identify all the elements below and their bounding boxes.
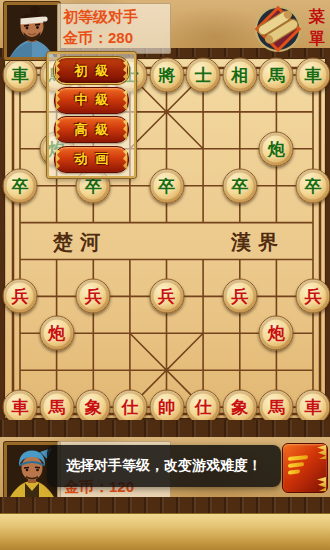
- xiangqi-piece-卒[interactable]: 卒: [222, 168, 257, 203]
- piece-character: 炮: [48, 322, 65, 345]
- xiangqi-piece-馬[interactable]: 馬: [259, 58, 294, 93]
- xiangqi-piece-兵[interactable]: 兵: [149, 279, 184, 314]
- piece-character: 仕: [121, 396, 138, 419]
- piece-character: 兵: [85, 285, 102, 308]
- piece-character: 車: [12, 396, 29, 419]
- menu-lines-icon: [288, 455, 308, 461]
- piece-character: 炮: [268, 137, 285, 160]
- xiangqi-piece-卒[interactable]: 卒: [3, 168, 38, 203]
- menu-char-1: 菜: [306, 6, 328, 28]
- board-frame-bottom: [0, 420, 330, 437]
- xiangqi-piece-將[interactable]: 將: [149, 58, 184, 93]
- piece-character: 兵: [231, 285, 248, 308]
- level-button-label: 中級: [67, 91, 117, 109]
- piece-character: 馬: [268, 396, 285, 419]
- bottom-menu-scroll-button[interactable]: [282, 443, 328, 493]
- opponent-level-label: 初等级对手: [63, 6, 165, 27]
- xiangqi-piece-車[interactable]: 車: [296, 58, 330, 93]
- level-button-label: 初級: [67, 62, 117, 80]
- scroll-edge-decoration: [317, 445, 326, 459]
- level-button-intermediate[interactable]: 中級: [54, 87, 129, 114]
- footer-frame: [0, 497, 330, 513]
- xiangqi-piece-卒[interactable]: 卒: [149, 168, 184, 203]
- piece-character: 馬: [48, 396, 65, 419]
- game-screen: 楚河 漢界 車馬相士將士相馬車炮炮卒卒卒卒卒兵兵兵兵兵炮炮車馬象仕帥仕象馬車 初…: [0, 0, 330, 550]
- piece-character: 士: [195, 64, 212, 87]
- piece-character: 帥: [158, 396, 175, 419]
- level-button-advanced[interactable]: 高級: [54, 116, 129, 143]
- piece-character: 仕: [195, 396, 212, 419]
- piece-character: 卒: [231, 174, 248, 197]
- xiangqi-piece-士[interactable]: 士: [186, 58, 221, 93]
- piece-character: 兵: [12, 285, 29, 308]
- piece-character: 象: [231, 396, 248, 419]
- scroll-edge-decoration: [317, 477, 326, 491]
- opponent-coins: 金币：280: [63, 27, 165, 48]
- xiangqi-piece-兵[interactable]: 兵: [76, 279, 111, 314]
- xiangqi-piece-卒[interactable]: 卒: [296, 168, 330, 203]
- piece-character: 將: [158, 64, 175, 87]
- hint-toast: 选择对手等级，改变游戏难度！: [47, 445, 281, 487]
- piece-character: 車: [305, 396, 322, 419]
- level-button-beginner[interactable]: 初級: [54, 57, 129, 84]
- xiangqi-piece-兵[interactable]: 兵: [296, 279, 330, 314]
- xiangqi-piece-炮[interactable]: 炮: [259, 316, 294, 351]
- menu-scroll-icon[interactable]: [253, 1, 305, 55]
- xiangqi-piece-兵[interactable]: 兵: [3, 279, 38, 314]
- piece-character: 馬: [268, 64, 285, 87]
- opponent-portrait: [7, 5, 57, 57]
- footer-panel: [0, 513, 330, 550]
- menu-char-2: 單: [306, 28, 328, 50]
- piece-character: 象: [85, 396, 102, 419]
- animation-button[interactable]: 动画: [54, 146, 129, 173]
- piece-character: 卒: [12, 174, 29, 197]
- xiangqi-piece-兵[interactable]: 兵: [222, 279, 257, 314]
- opponent-info-panel: 初等级对手 金币：280: [57, 3, 171, 54]
- piece-character: 相: [231, 64, 248, 87]
- piece-character: 兵: [158, 285, 175, 308]
- xiangqi-piece-炮[interactable]: 炮: [259, 131, 294, 166]
- piece-character: 車: [305, 64, 322, 87]
- level-menu: 初級 中級 高級 动画: [47, 52, 136, 178]
- xiangqi-piece-相[interactable]: 相: [222, 58, 257, 93]
- xiangqi-piece-炮[interactable]: 炮: [39, 316, 74, 351]
- xiangqi-piece-車[interactable]: 車: [3, 58, 38, 93]
- piece-character: 兵: [305, 285, 322, 308]
- piece-character: 卒: [305, 174, 322, 197]
- piece-character: 卒: [158, 174, 175, 197]
- level-button-label: 高級: [67, 121, 117, 139]
- piece-character: 車: [12, 64, 29, 87]
- animation-button-label: 动画: [67, 150, 117, 168]
- piece-character: 炮: [268, 322, 285, 345]
- menu-label[interactable]: 菜 單: [306, 6, 328, 50]
